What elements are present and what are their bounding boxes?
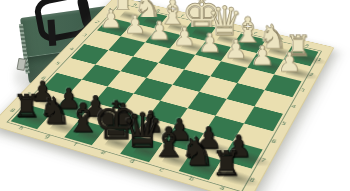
square-g5[interactable] bbox=[82, 65, 121, 87]
white-pawn-g2[interactable]: ♟ bbox=[121, 12, 148, 37]
black-knight-b8[interactable]: ♞ bbox=[180, 132, 213, 172]
white-pawn-b2[interactable]: ♟ bbox=[248, 42, 276, 68]
board-scene: hgfedcba hgfedcba 12345678 12345678 ♜♞♝♚… bbox=[0, 0, 350, 191]
black-king-e8[interactable]: ♚ bbox=[93, 94, 125, 146]
white-pawn-h2[interactable]: ♟ bbox=[98, 6, 125, 31]
chess-board-grid: ♜♞♝♚♛♝♞♜♟♟♟♟♟♟♟♟♟♟♟♟♟♟♟♟♜♞♝♚♛♝♞♜ bbox=[11, 5, 319, 189]
white-pawn-c2[interactable]: ♟ bbox=[222, 36, 250, 62]
black-rook-a8[interactable]: ♜ bbox=[210, 147, 243, 181]
white-pawn-a2[interactable]: ♟ bbox=[275, 49, 304, 76]
white-pawn-e2[interactable]: ♟ bbox=[171, 24, 199, 50]
chess-set-photo: hgfedcba hgfedcba 12345678 12345678 ♜♞♝♚… bbox=[0, 0, 350, 191]
white-pawn-f2[interactable]: ♟ bbox=[146, 18, 173, 43]
square-h4[interactable] bbox=[71, 44, 109, 65]
coordinate-label: 5 bbox=[46, 55, 69, 72]
black-bishop-f8[interactable]: ♝ bbox=[65, 98, 96, 138]
board-mat: hgfedcba hgfedcba 12345678 12345678 ♜♞♝♚… bbox=[0, 0, 334, 191]
black-bishop-c8[interactable]: ♝ bbox=[150, 122, 182, 163]
black-queen-d8[interactable]: ♛ bbox=[121, 107, 153, 155]
white-pawn-d2[interactable]: ♟ bbox=[196, 30, 224, 56]
